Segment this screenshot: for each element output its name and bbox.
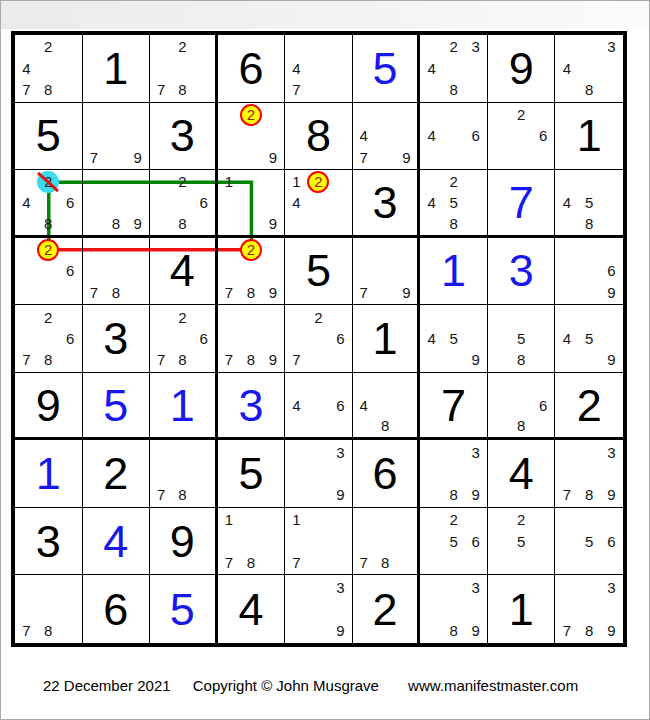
solved-digit: 1 [15,440,82,507]
cell-r5c8[interactable]: 58 [488,305,556,373]
cell-r3c7[interactable]: 2458 [420,170,488,238]
cell-r2c7[interactable]: 46 [420,103,488,171]
cell-r4c9[interactable]: 69 [555,238,623,306]
sudoku-board: 2478127864752348934857932984794626124688… [11,31,627,647]
candidate-6: 6 [59,260,81,282]
cell-r9c7[interactable]: 389 [420,575,488,643]
candidate-1: 1 [218,171,240,193]
candidate-8: 8 [578,79,600,101]
cell-r8c9[interactable]: 56 [555,508,623,576]
candidate-6: 6 [465,125,487,147]
candidate-8: 8 [240,551,262,573]
cell-r2c4[interactable]: 29 [218,103,286,171]
solved-digit: 5 [353,35,418,102]
cell-r3c5[interactable]: 124 [285,170,353,238]
candidate-2: 2 [510,104,532,126]
cell-r8c3[interactable]: 9 [150,508,218,576]
candidate-5: 5 [510,327,532,349]
given-digit: 7 [420,373,487,438]
given-digit: 2 [83,440,150,507]
candidate-8: 8 [171,484,193,506]
given-digit: 9 [15,373,82,438]
candidate-4: 4 [15,191,37,213]
cell-r7c9[interactable]: 3789 [555,440,623,508]
cell-r3c3[interactable]: 268 [150,170,218,238]
given-digit: 4 [150,238,215,305]
chain-circle-candidate-2: 2 [240,239,262,261]
cell-r7c8[interactable]: 4 [488,440,556,508]
candidate-7: 7 [353,281,375,303]
candidate-5: 5 [443,191,465,213]
candidate-9: 9 [262,281,284,303]
cell-r9c5[interactable]: 39 [285,575,353,643]
candidate-6: 6 [532,394,554,416]
cell-r6c1[interactable]: 9 [15,373,83,441]
cell-r9c2[interactable]: 6 [83,575,151,643]
candidate-8: 8 [171,349,193,371]
candidate-7: 7 [286,349,308,371]
candidate-2: 2 [171,36,193,58]
candidate-7: 7 [83,281,105,303]
candidate-9: 9 [262,212,284,234]
candidate-4: 4 [421,327,443,349]
candidate-8: 8 [578,484,600,506]
candidate-4: 4 [286,394,308,416]
candidate-2: 2 [307,306,329,328]
cell-r5c6[interactable]: 1 [353,305,421,373]
candidate-6: 6 [601,530,623,552]
cell-r6c3[interactable]: 1 [150,373,218,441]
given-digit: 2 [353,575,418,643]
cell-r4c7[interactable]: 1 [420,238,488,306]
candidate-9: 9 [395,146,417,168]
cell-r5c7[interactable]: 459 [420,305,488,373]
given-digit: 3 [353,170,418,235]
cell-r5c9[interactable]: 459 [555,305,623,373]
cell-r2c3[interactable]: 3 [150,103,218,171]
chain-circle-candidate-2: 2 [240,104,262,126]
candidate-8: 8 [37,79,59,101]
candidate-8: 8 [37,212,59,234]
cell-r3c1[interactable]: 2468 [15,170,83,238]
cell-r3c8[interactable]: 7 [488,170,556,238]
candidate-9: 9 [329,620,351,642]
given-digit: 4 [488,440,555,507]
candidate-9: 9 [601,484,623,506]
candidate-7: 7 [218,349,240,371]
cell-r6c7[interactable]: 7 [420,373,488,441]
cell-r4c1[interactable]: 26 [15,238,83,306]
cell-r1c8[interactable]: 9 [488,35,556,103]
candidate-6: 6 [601,260,623,282]
cell-r9c6[interactable]: 2 [353,575,421,643]
candidate-3: 3 [601,577,623,599]
cell-r1c4[interactable]: 6 [218,35,286,103]
candidate-7: 7 [15,79,37,101]
candidate-4: 4 [421,57,443,79]
cell-r8c4[interactable]: 178 [218,508,286,576]
candidate-7: 7 [556,484,578,506]
candidate-3: 3 [465,441,487,463]
candidate-9: 9 [127,212,149,234]
candidate-7: 7 [556,620,578,642]
candidate-7: 7 [150,484,172,506]
cell-r5c1[interactable]: 2678 [15,305,83,373]
given-digit: 6 [353,440,418,507]
cell-r7c5[interactable]: 39 [285,440,353,508]
cell-r3c6[interactable]: 3 [353,170,421,238]
cell-r9c9[interactable]: 3789 [555,575,623,643]
cell-r1c9[interactable]: 348 [555,35,623,103]
candidate-9: 9 [395,281,417,303]
candidate-4: 4 [556,327,578,349]
candidate-7: 7 [353,146,375,168]
candidate-8: 8 [240,349,262,371]
cell-r4c3[interactable]: 4 [150,238,218,306]
candidate-8: 8 [105,281,127,303]
given-digit: 6 [83,575,150,643]
candidate-8: 8 [105,212,127,234]
given-digit: 1 [488,575,555,643]
candidate-5: 5 [443,327,465,349]
solved-digit: 4 [83,508,150,575]
cell-r1c3[interactable]: 278 [150,35,218,103]
candidate-6: 6 [59,191,81,213]
candidate-8: 8 [443,212,465,234]
cell-r7c6[interactable]: 6 [353,440,421,508]
cell-r4c2[interactable]: 78 [83,238,151,306]
candidate-3: 3 [601,36,623,58]
cell-r9c1[interactable]: 78 [15,575,83,643]
candidate-4: 4 [353,125,375,147]
solved-digit: 3 [488,238,555,305]
cell-r5c2[interactable]: 3 [83,305,151,373]
candidate-4: 4 [421,191,443,213]
window: 2478127864752348934857932984794626124688… [0,0,650,720]
cell-r3c2[interactable]: 89 [83,170,151,238]
cell-r4c5[interactable]: 5 [285,238,353,306]
cell-r8c5[interactable]: 17 [285,508,353,576]
candidate-9: 9 [601,349,623,371]
candidate-8: 8 [240,281,262,303]
candidate-9: 9 [127,146,149,168]
cell-r9c4[interactable]: 4 [218,575,286,643]
candidate-2: 2 [171,306,193,328]
given-digit: 3 [150,103,215,170]
candidate-1: 1 [218,509,240,531]
candidate-7: 7 [218,281,240,303]
cell-r1c5[interactable]: 47 [285,35,353,103]
cell-r7c1[interactable]: 1 [15,440,83,508]
candidate-7: 7 [15,620,37,642]
given-digit: 3 [15,508,82,575]
candidate-6: 6 [532,125,554,147]
candidate-9: 9 [601,620,623,642]
cell-r1c6[interactable]: 5 [353,35,421,103]
candidate-2: 2 [443,36,465,58]
candidate-6: 6 [193,327,215,349]
candidate-3: 3 [329,577,351,599]
given-digit: 2 [555,373,623,438]
candidate-7: 7 [15,349,37,371]
candidate-9: 9 [262,146,284,168]
cell-r2c8[interactable]: 26 [488,103,556,171]
candidate-4: 4 [286,57,308,79]
candidate-9: 9 [465,484,487,506]
footer-website-link[interactable]: www.manifestmaster.com [408,677,578,694]
given-digit: 5 [218,440,285,507]
chain-circle-candidate-2: 2 [307,171,329,193]
given-digit: 6 [218,35,285,102]
candidate-4: 4 [421,125,443,147]
candidate-7: 7 [150,349,172,371]
candidate-8: 8 [374,415,396,437]
candidate-8: 8 [510,349,532,371]
cell-r7c4[interactable]: 5 [218,440,286,508]
given-digit: 9 [488,35,555,102]
cell-r6c4[interactable]: 3 [218,373,286,441]
cell-r8c6[interactable]: 78 [353,508,421,576]
candidate-8: 8 [374,551,396,573]
candidate-3: 3 [465,36,487,58]
candidate-8: 8 [171,212,193,234]
cell-r8c8[interactable]: 25 [488,508,556,576]
candidate-4: 4 [15,57,37,79]
candidate-8: 8 [171,79,193,101]
solved-digit: 1 [420,238,487,305]
candidate-8: 8 [443,620,465,642]
cell-r5c4[interactable]: 789 [218,305,286,373]
cell-r6c9[interactable]: 2 [555,373,623,441]
candidate-2: 2 [443,171,465,193]
given-digit: 1 [353,305,418,372]
cell-r1c2[interactable]: 1 [83,35,151,103]
cell-r1c7[interactable]: 2348 [420,35,488,103]
candidate-8: 8 [443,484,465,506]
candidate-8: 8 [510,415,532,437]
cell-r3c9[interactable]: 458 [555,170,623,238]
candidate-4: 4 [353,394,375,416]
candidate-7: 7 [353,551,375,573]
solved-digit: 1 [150,373,215,438]
cell-r4c4[interactable]: 2789 [218,238,286,306]
given-digit: 5 [285,238,352,305]
candidate-5: 5 [443,530,465,552]
cell-r7c2[interactable]: 2 [83,440,151,508]
candidate-9: 9 [329,484,351,506]
candidate-3: 3 [329,441,351,463]
cell-r4c8[interactable]: 3 [488,238,556,306]
candidate-8: 8 [37,620,59,642]
chain-circle-candidate-2: 2 [37,239,59,261]
candidate-7: 7 [286,79,308,101]
candidate-9: 9 [465,620,487,642]
candidate-2: 2 [37,306,59,328]
candidate-6: 6 [59,327,81,349]
solved-digit: 3 [218,373,285,438]
candidate-8: 8 [443,79,465,101]
candidate-5: 5 [510,530,532,552]
cell-r9c8[interactable]: 1 [488,575,556,643]
candidate-2: 2 [37,36,59,58]
cell-r2c2[interactable]: 79 [83,103,151,171]
candidate-2: 2 [443,509,465,531]
given-digit: 5 [15,103,82,170]
candidate-9: 9 [601,281,623,303]
candidate-1: 1 [286,509,308,531]
candidate-3: 3 [601,441,623,463]
eliminated-candidate-2: 2 [37,171,59,193]
given-digit: 1 [83,35,150,102]
cell-r6c6[interactable]: 48 [353,373,421,441]
cell-r6c8[interactable]: 68 [488,373,556,441]
candidate-3: 3 [465,577,487,599]
candidate-9: 9 [465,349,487,371]
cell-r6c2[interactable]: 5 [83,373,151,441]
cell-r3c4[interactable]: 19 [218,170,286,238]
candidate-5: 5 [578,327,600,349]
given-digit: 8 [285,103,352,170]
cell-r8c1[interactable]: 3 [15,508,83,576]
candidate-2: 2 [171,171,193,193]
footer: 22 December 2021 Copyright © John Musgra… [43,677,578,694]
cell-r5c5[interactable]: 267 [285,305,353,373]
candidate-5: 5 [578,191,600,213]
candidate-7: 7 [150,79,172,101]
candidate-8: 8 [578,212,600,234]
cell-r8c7[interactable]: 256 [420,508,488,576]
candidate-7: 7 [83,146,105,168]
cell-r7c7[interactable]: 389 [420,440,488,508]
candidate-1: 1 [286,171,308,193]
elimination-strike-icon [37,172,59,192]
candidate-5: 5 [578,530,600,552]
footer-date: 22 December 2021 [43,677,171,694]
given-digit: 4 [218,575,285,643]
cell-r5c3[interactable]: 2678 [150,305,218,373]
candidate-9: 9 [262,349,284,371]
cell-r4c6[interactable]: 79 [353,238,421,306]
candidate-8: 8 [37,349,59,371]
candidate-4: 4 [556,191,578,213]
candidate-6: 6 [329,394,351,416]
given-digit: 9 [150,508,215,575]
cell-r2c1[interactable]: 5 [15,103,83,171]
cell-r2c9[interactable]: 1 [555,103,623,171]
cell-r6c5[interactable]: 46 [285,373,353,441]
candidate-6: 6 [465,530,487,552]
candidate-6: 6 [193,191,215,213]
candidate-4: 4 [286,191,308,213]
given-digit: 3 [83,305,150,372]
cell-r2c5[interactable]: 8 [285,103,353,171]
cell-r8c2[interactable]: 4 [83,508,151,576]
cell-r7c3[interactable]: 78 [150,440,218,508]
footer-copyright: Copyright © John Musgrave [193,677,379,694]
titlebar [1,1,649,29]
candidate-7: 7 [286,551,308,573]
cell-r2c6[interactable]: 479 [353,103,421,171]
candidate-6: 6 [329,327,351,349]
solved-digit: 7 [488,170,555,235]
given-digit: 1 [555,103,623,170]
candidate-7: 7 [218,551,240,573]
candidate-8: 8 [578,620,600,642]
candidate-4: 4 [556,57,578,79]
cell-r1c1[interactable]: 2478 [15,35,83,103]
solved-digit: 5 [150,575,215,643]
candidate-2: 2 [510,509,532,531]
cell-r9c3[interactable]: 5 [150,575,218,643]
solved-digit: 5 [83,373,150,438]
